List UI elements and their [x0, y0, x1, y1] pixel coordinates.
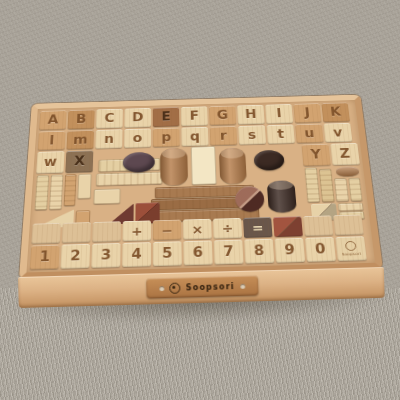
- brand-plaque: Soopsori: [146, 275, 259, 298]
- dark-disc-block: [253, 150, 284, 171]
- middle-band: wX YZ: [33, 143, 366, 221]
- engraved-glyph: E: [161, 111, 170, 123]
- plank-block: [338, 203, 364, 211]
- engraved-glyph: I: [276, 108, 282, 120]
- engraved-glyph: ÷: [221, 222, 233, 234]
- letter-tile-J: J: [293, 103, 321, 122]
- number-tile-1: 1: [30, 245, 60, 270]
- letter-tile-F: F: [181, 106, 208, 126]
- engraved-glyph: F: [189, 110, 199, 122]
- engraved-glyph: Y: [310, 149, 321, 161]
- engraved-glyph: K: [330, 106, 342, 118]
- engraved-glyph: X: [74, 156, 85, 168]
- engraved-glyph: u: [304, 128, 315, 140]
- dark-cylinder-block: [267, 181, 297, 214]
- engraved-glyph: B: [76, 113, 87, 125]
- engraved-glyph: C: [104, 113, 114, 125]
- number-tile-6: 6: [183, 241, 212, 265]
- letter-tile-A: A: [39, 110, 67, 130]
- letter-tile-n: n: [95, 129, 122, 149]
- letter-tile-B: B: [68, 110, 95, 130]
- engraved-glyph: 6: [193, 246, 204, 260]
- engraved-glyph: m: [73, 134, 88, 146]
- letter-tile-s: s: [238, 125, 266, 145]
- brand-name: Soopsori: [186, 282, 235, 292]
- engraved-glyph: 5: [162, 247, 172, 261]
- number-tile-0: 0: [305, 237, 336, 261]
- plank-block: [96, 172, 162, 186]
- engraved-glyph: 8: [254, 245, 265, 259]
- engraved-glyph: r: [220, 130, 227, 142]
- engraved-glyph: A: [47, 114, 58, 126]
- letter-tile-r: r: [210, 126, 238, 146]
- engraved-glyph: 4: [131, 248, 141, 262]
- engraved-glyph: s: [248, 129, 257, 141]
- number-tile-brand: Soopsori: [335, 237, 366, 261]
- letter-tile-p: p: [153, 128, 180, 148]
- cube-block: [93, 189, 120, 205]
- engraved-glyph: =: [252, 221, 264, 233]
- engraved-glyph: v: [333, 127, 343, 139]
- number-tile-7: 7: [214, 240, 244, 264]
- cylinder-block: [219, 148, 247, 184]
- number-tile-3: 3: [91, 243, 120, 268]
- letter-tile-D: D: [124, 108, 151, 128]
- wooden-tray: ABCDEFGHIJK lmnopqrstuv wX YZ +−×÷= 1234…: [19, 95, 383, 279]
- engraved-glyph: +: [131, 225, 143, 237]
- letter-tile-l: l: [38, 131, 66, 151]
- letter-tile-H: H: [237, 105, 265, 124]
- engraved-glyph: Z: [339, 148, 351, 160]
- letter-row-3-right: YZ: [302, 143, 360, 166]
- letter-tile-o: o: [124, 128, 151, 148]
- plank-block: [49, 175, 63, 210]
- letter-tile-m: m: [66, 130, 94, 150]
- letter-tile-Y: Y: [302, 144, 331, 166]
- engraved-glyph: o: [133, 132, 143, 144]
- upright-rectangle-block: [191, 147, 217, 186]
- number-tile-2: 2: [60, 244, 90, 269]
- engraved-glyph: 0: [315, 243, 327, 257]
- screw-icon: [240, 283, 245, 288]
- engraved-glyph: 3: [101, 249, 112, 263]
- plank-block: [348, 178, 362, 202]
- engraved-glyph: H: [245, 109, 257, 121]
- symbol-tile-×: ×: [183, 218, 212, 239]
- lying-cylinder-block: [336, 167, 360, 177]
- letter-tile-X: X: [65, 151, 93, 173]
- screw-icon: [160, 286, 165, 291]
- engraved-glyph: ×: [191, 223, 203, 235]
- middle-left-column: wX: [33, 151, 93, 222]
- engraved-glyph: 9: [284, 244, 295, 258]
- symbol-tile-plank: [333, 214, 364, 235]
- letter-tile-t: t: [267, 124, 295, 144]
- symbol-tile-redsq: [273, 216, 303, 237]
- plank-block: [319, 169, 335, 202]
- letter-tile-v: v: [324, 123, 353, 143]
- letter-tile-C: C: [96, 109, 123, 129]
- engraved-glyph: 7: [223, 245, 234, 259]
- engraved-glyph: n: [104, 133, 114, 145]
- tray-group: ABCDEFGHIJK lmnopqrstuv wX YZ +−×÷= 1234…: [0, 0, 400, 400]
- plank-block: [64, 174, 77, 206]
- engraved-glyph: p: [161, 131, 171, 143]
- symbol-tile-÷: ÷: [213, 218, 242, 239]
- tray-rim: ABCDEFGHIJK lmnopqrstuv wX YZ +−×÷= 1234…: [19, 95, 383, 279]
- symbol-tile-plank: [31, 223, 60, 244]
- letter-tile-q: q: [181, 127, 208, 147]
- engraved-glyph: l: [49, 135, 54, 147]
- letter-tile-E: E: [153, 107, 180, 127]
- letter-tile-G: G: [209, 106, 236, 126]
- symbol-tile-−: −: [153, 219, 181, 240]
- engraved-glyph: D: [132, 112, 143, 124]
- left-block-area: [33, 174, 93, 222]
- plank-block: [334, 178, 349, 202]
- number-tile-9: 9: [275, 238, 306, 262]
- engraved-glyph: w: [44, 157, 58, 169]
- brand-stamp-text: Soopsori: [342, 252, 362, 257]
- number-tile-8: 8: [244, 239, 274, 263]
- engraved-glyph: 1: [39, 250, 50, 264]
- engraved-glyph: 2: [70, 250, 81, 264]
- number-tile-5: 5: [153, 242, 182, 266]
- soopsori-logo-icon: [170, 282, 181, 293]
- plank-block: [35, 175, 50, 210]
- right-block-area: [304, 167, 366, 215]
- letter-tile-K: K: [321, 102, 350, 121]
- symbol-tile-=: =: [243, 217, 273, 238]
- block: [77, 174, 91, 199]
- middle-right-column: YZ: [302, 143, 366, 214]
- letter-tile-w: w: [36, 152, 64, 174]
- symbol-tile-plank: [303, 215, 333, 236]
- letter-tile-u: u: [295, 124, 324, 144]
- cylinder-block: [160, 148, 188, 186]
- center-block-area: [93, 145, 306, 220]
- engraved-glyph: t: [277, 128, 285, 140]
- letter-tile-Z: Z: [330, 143, 360, 165]
- plank-block: [305, 168, 321, 203]
- block-board: ABCDEFGHIJK lmnopqrstuv wX YZ +−×÷= 1234…: [26, 100, 375, 272]
- engraved-glyph: q: [190, 131, 200, 143]
- letter-row-3-left: wX: [36, 151, 93, 174]
- symbol-tile-plank: [62, 222, 91, 243]
- engraved-glyph: J: [304, 107, 310, 119]
- engraved-glyph: −: [161, 224, 173, 236]
- number-tile-4: 4: [122, 243, 151, 268]
- symbol-tile-plank: [92, 221, 121, 242]
- symbol-tile-+: +: [123, 220, 151, 241]
- letter-tile-I: I: [265, 104, 293, 123]
- engraved-glyph: G: [217, 109, 229, 121]
- soopsori-stamp-icon: [345, 241, 357, 251]
